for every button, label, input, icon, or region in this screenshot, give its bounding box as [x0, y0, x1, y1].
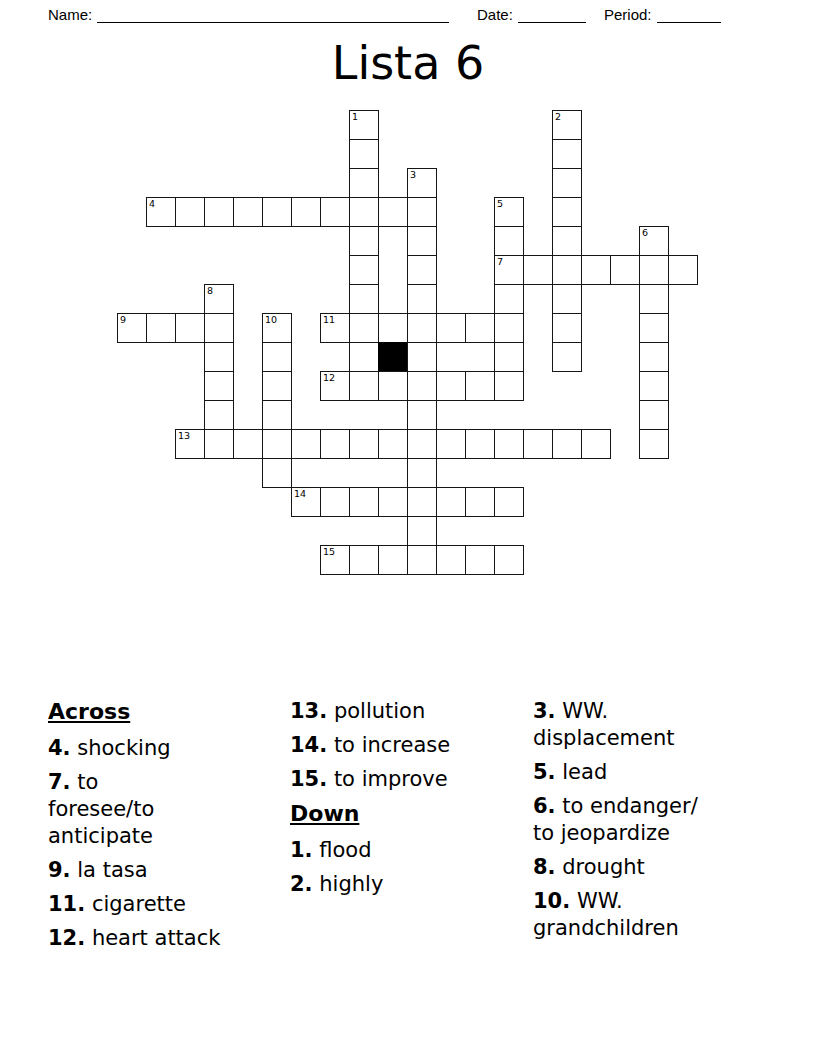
grid-cell-r5c18[interactable] — [639, 255, 669, 285]
clue-number-5: 5 — [497, 198, 503, 209]
clue-number-4: 4 — [149, 198, 155, 209]
grid-cell-r11c18[interactable] — [639, 429, 669, 459]
clue-8: 8. drought — [533, 854, 788, 881]
grid-cell-r13c9[interactable] — [378, 487, 408, 517]
grid-cell-r5c10[interactable] — [407, 255, 437, 285]
grid-cell-r3c6[interactable] — [291, 197, 321, 227]
grid-cell-r13c6[interactable]: 14 — [291, 487, 321, 517]
grid-cell-r11c15[interactable] — [552, 429, 582, 459]
puzzle-title: Lista 6 — [0, 36, 816, 90]
grid-cell-r11c2[interactable]: 13 — [175, 429, 205, 459]
grid-cell-r8c18[interactable] — [639, 342, 669, 372]
grid-cell-r7c13[interactable] — [494, 313, 524, 343]
grid-cell-r2c10[interactable]: 3 — [407, 168, 437, 198]
grid-cell-r11c5[interactable] — [262, 429, 292, 459]
clue-number-14: 14 — [294, 488, 306, 499]
name-field: Name: — [48, 6, 449, 23]
grid-cell-r12c10[interactable] — [407, 458, 437, 488]
grid-cell-r4c13[interactable] — [494, 226, 524, 256]
grid-cell-r9c13[interactable] — [494, 371, 524, 401]
grid-cell-r11c4[interactable] — [233, 429, 263, 459]
grid-cell-r7c3[interactable] — [204, 313, 234, 343]
grid-cell-r3c13[interactable]: 5 — [494, 197, 524, 227]
grid-cell-r9c18[interactable] — [639, 371, 669, 401]
grid-cell-r13c10[interactable] — [407, 487, 437, 517]
grid-cell-r5c14[interactable] — [523, 255, 553, 285]
grid-cell-r7c1[interactable] — [146, 313, 176, 343]
grid-cell-r7c15[interactable] — [552, 313, 582, 343]
date-field: Date: — [477, 6, 586, 23]
crossword-grid: 123456789101112131415 — [117, 110, 697, 574]
grid-cell-r11c9[interactable] — [378, 429, 408, 459]
grid-cell-r6c3[interactable]: 8 — [204, 284, 234, 314]
grid-cell-r9c3[interactable] — [204, 371, 234, 401]
grid-cell-r15c13[interactable] — [494, 545, 524, 575]
grid-cell-r4c10[interactable] — [407, 226, 437, 256]
clues: Across4. shocking7. toforesee/toanticipa… — [48, 698, 788, 959]
grid-cell-r9c12[interactable] — [465, 371, 495, 401]
across-header: Across — [48, 698, 290, 726]
grid-cell-r15c12[interactable] — [465, 545, 495, 575]
grid-cell-r10c18[interactable] — [639, 400, 669, 430]
grid-cell-r3c15[interactable] — [552, 197, 582, 227]
grid-cell-r13c11[interactable] — [436, 487, 466, 517]
period-blank-line — [657, 7, 721, 23]
clue-14: 14. to increase — [290, 732, 533, 759]
grid-cell-r12c5[interactable] — [262, 458, 292, 488]
grid-cell-r6c10[interactable] — [407, 284, 437, 314]
grid-cell-r4c15[interactable] — [552, 226, 582, 256]
grid-cell-r2c8[interactable] — [349, 168, 379, 198]
clue-6: 6. to endanger/to jeopardize — [533, 793, 788, 847]
clue-10: 10. WW.grandchildren — [533, 888, 788, 942]
grid-cell-r5c15[interactable] — [552, 255, 582, 285]
clue-number-1: 1 — [352, 111, 358, 122]
grid-cell-r1c15[interactable] — [552, 139, 582, 169]
down-header: Down — [290, 800, 533, 828]
grid-cell-r7c5[interactable]: 10 — [262, 313, 292, 343]
grid-cell-r7c10[interactable] — [407, 313, 437, 343]
grid-cell-r9c10[interactable] — [407, 371, 437, 401]
clue-number-6: 6 — [642, 227, 648, 238]
grid-cell-r3c10[interactable] — [407, 197, 437, 227]
grid-cell-r10c5[interactable] — [262, 400, 292, 430]
grid-cell-r4c8[interactable] — [349, 226, 379, 256]
grid-cell-r14c10[interactable] — [407, 516, 437, 546]
clue-5: 5. lead — [533, 759, 788, 786]
grid-cell-r7c18[interactable] — [639, 313, 669, 343]
black-cell — [378, 342, 408, 372]
grid-cell-r15c8[interactable] — [349, 545, 379, 575]
grid-cell-r9c8[interactable] — [349, 371, 379, 401]
grid-cell-r11c11[interactable] — [436, 429, 466, 459]
grid-cell-r9c9[interactable] — [378, 371, 408, 401]
grid-cell-r7c12[interactable] — [465, 313, 495, 343]
grid-cell-r15c11[interactable] — [436, 545, 466, 575]
grid-cell-r4c18[interactable]: 6 — [639, 226, 669, 256]
grid-cell-r3c2[interactable] — [175, 197, 205, 227]
clue-11: 11. cigarette — [48, 891, 290, 918]
grid-cell-r7c9[interactable] — [378, 313, 408, 343]
grid-cell-r11c13[interactable] — [494, 429, 524, 459]
grid-cell-r11c6[interactable] — [291, 429, 321, 459]
grid-cell-r11c8[interactable] — [349, 429, 379, 459]
name-label: Name: — [48, 6, 92, 23]
grid-cell-r15c7[interactable]: 15 — [320, 545, 350, 575]
clue-2: 2. highly — [290, 871, 533, 898]
grid-cell-r8c10[interactable] — [407, 342, 437, 372]
grid-cell-r9c7[interactable]: 12 — [320, 371, 350, 401]
clue-column-2: 13. pollution14. to increase15. to impro… — [290, 698, 533, 959]
clue-13: 13. pollution — [290, 698, 533, 725]
grid-cell-r3c1[interactable]: 4 — [146, 197, 176, 227]
grid-cell-r5c8[interactable] — [349, 255, 379, 285]
grid-cell-r11c16[interactable] — [581, 429, 611, 459]
grid-cell-r8c13[interactable] — [494, 342, 524, 372]
grid-cell-r8c8[interactable] — [349, 342, 379, 372]
grid-cell-r7c0[interactable]: 9 — [117, 313, 147, 343]
grid-cell-r13c12[interactable] — [465, 487, 495, 517]
name-blank-line — [97, 7, 449, 23]
clue-number-8: 8 — [207, 285, 213, 296]
clue-12: 12. heart attack — [48, 925, 290, 952]
grid-cell-r5c13[interactable]: 7 — [494, 255, 524, 285]
clue-number-13: 13 — [178, 430, 190, 441]
clue-column-1: Across4. shocking7. toforesee/toanticipa… — [48, 698, 290, 959]
grid-cell-r0c15[interactable]: 2 — [552, 110, 582, 140]
grid-cell-r6c15[interactable] — [552, 284, 582, 314]
grid-cell-r13c13[interactable] — [494, 487, 524, 517]
grid-cell-r11c3[interactable] — [204, 429, 234, 459]
grid-cell-r13c7[interactable] — [320, 487, 350, 517]
grid-cell-r7c2[interactable] — [175, 313, 205, 343]
clue-number-9: 9 — [120, 314, 126, 325]
period-label: Period: — [604, 6, 652, 23]
clue-number-10: 10 — [265, 314, 277, 325]
grid-cell-r8c3[interactable] — [204, 342, 234, 372]
grid-cell-r11c14[interactable] — [523, 429, 553, 459]
grid-cell-r3c3[interactable] — [204, 197, 234, 227]
grid-cell-r5c17[interactable] — [610, 255, 640, 285]
clue-15: 15. to improve — [290, 766, 533, 793]
grid-cell-r11c12[interactable] — [465, 429, 495, 459]
clue-9: 9. la tasa — [48, 857, 290, 884]
grid-cell-r9c11[interactable] — [436, 371, 466, 401]
grid-cell-r5c16[interactable] — [581, 255, 611, 285]
grid-cell-r6c18[interactable] — [639, 284, 669, 314]
clue-number-2: 2 — [555, 111, 561, 122]
grid-cell-r15c9[interactable] — [378, 545, 408, 575]
clue-number-7: 7 — [497, 256, 503, 267]
grid-cell-r2c15[interactable] — [552, 168, 582, 198]
grid-cell-r3c5[interactable] — [262, 197, 292, 227]
worksheet-header: Name: Date: Period: — [0, 6, 816, 30]
clue-3: 3. WW.displacement — [533, 698, 788, 752]
clue-number-3: 3 — [410, 169, 416, 180]
grid-cell-r15c10[interactable] — [407, 545, 437, 575]
grid-cell-r7c8[interactable] — [349, 313, 379, 343]
date-label: Date: — [477, 6, 513, 23]
grid-cell-r11c10[interactable] — [407, 429, 437, 459]
grid-cell-r3c4[interactable] — [233, 197, 263, 227]
clue-4: 4. shocking — [48, 735, 290, 762]
period-field: Period: — [604, 6, 721, 23]
clue-1: 1. flood — [290, 837, 533, 864]
clue-column-3: 3. WW.displacement5. lead6. to endanger/… — [533, 698, 788, 959]
clue-number-11: 11 — [323, 314, 335, 325]
grid-cell-r6c8[interactable] — [349, 284, 379, 314]
grid-cell-r10c10[interactable] — [407, 400, 437, 430]
grid-cell-r8c5[interactable] — [262, 342, 292, 372]
grid-cell-r3c8[interactable] — [349, 197, 379, 227]
grid-cell-r3c9[interactable] — [378, 197, 408, 227]
clue-number-15: 15 — [323, 546, 335, 557]
grid-cell-r11c7[interactable] — [320, 429, 350, 459]
grid-cell-r5c19[interactable] — [668, 255, 698, 285]
grid-cell-r13c8[interactable] — [349, 487, 379, 517]
grid-cell-r1c8[interactable] — [349, 139, 379, 169]
grid-cell-r7c7[interactable]: 11 — [320, 313, 350, 343]
grid-cell-r10c3[interactable] — [204, 400, 234, 430]
grid-cell-r9c5[interactable] — [262, 371, 292, 401]
grid-cell-r8c15[interactable] — [552, 342, 582, 372]
date-blank-line — [518, 7, 586, 23]
grid-cell-r6c13[interactable] — [494, 284, 524, 314]
clue-7: 7. toforesee/toanticipate — [48, 769, 290, 850]
grid-cell-r0c8[interactable]: 1 — [349, 110, 379, 140]
clue-number-12: 12 — [323, 372, 335, 383]
grid-cell-r7c11[interactable] — [436, 313, 466, 343]
grid-cell-r3c7[interactable] — [320, 197, 350, 227]
